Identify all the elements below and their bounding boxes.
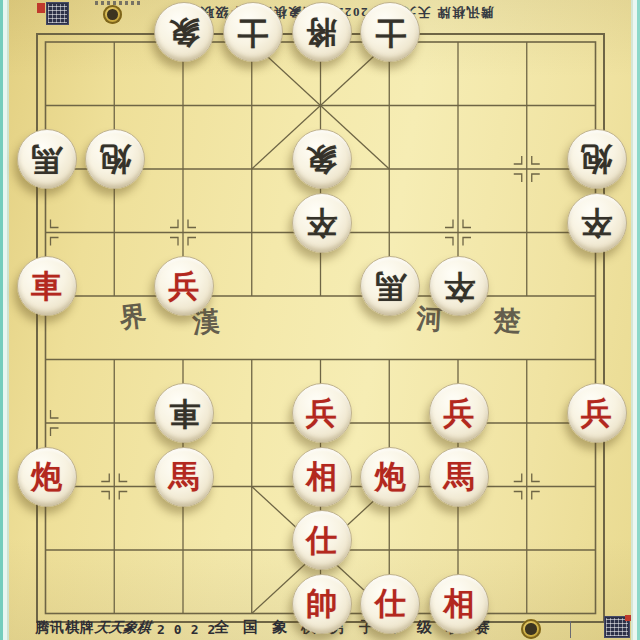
piece-black-elephant-e2[interactable]: 象 (292, 129, 352, 189)
piece-red-soldier-i6[interactable]: 兵 (567, 383, 627, 443)
piece-black-elephant-c0[interactable]: 象 (154, 2, 214, 62)
bottom-brand-text: 腾讯棋牌 (35, 619, 95, 637)
piece-character: 兵 (581, 398, 612, 429)
tournament-emblem-top (103, 5, 122, 24)
piece-black-cannon-i2[interactable]: 炮 (567, 129, 627, 189)
piece-character: 象 (306, 144, 337, 175)
piece-black-advisor-d0[interactable]: 士 (223, 2, 283, 62)
sponsor-seal-bottom (604, 616, 630, 638)
piece-red-horse-g7[interactable]: 馬 (429, 447, 489, 507)
piece-red-chariot-a4[interactable]: 車 (17, 256, 77, 316)
piece-red-cannon-a7[interactable]: 炮 (17, 447, 77, 507)
bottom-app-name: 天天象棋 (94, 619, 153, 637)
piece-character: 炮 (581, 144, 612, 175)
piece-character: 仕 (306, 525, 337, 556)
piece-character: 相 (444, 588, 475, 619)
piece-red-general-e9[interactable]: 帥 (292, 574, 352, 634)
piece-red-elephant-e7[interactable]: 相 (292, 447, 352, 507)
piece-red-soldier-c4[interactable]: 兵 (154, 256, 214, 316)
piece-character: 馬 (169, 461, 200, 492)
emblem-core (525, 623, 536, 634)
red-stamp-icon (37, 3, 45, 13)
piece-character: 馬 (444, 461, 475, 492)
piece-character: 士 (375, 17, 406, 48)
piece-black-soldier-e3[interactable]: 卒 (292, 193, 352, 253)
piece-black-soldier-i3[interactable]: 卒 (567, 193, 627, 253)
piece-black-horse-f4[interactable]: 馬 (360, 256, 420, 316)
piece-character: 炮 (31, 461, 62, 492)
piece-black-general-e0[interactable]: 將 (292, 2, 352, 62)
piece-character: 卒 (581, 207, 612, 238)
piece-character: 象 (169, 17, 200, 48)
piece-black-advisor-f0[interactable]: 士 (360, 2, 420, 62)
piece-black-chariot-c6[interactable]: 車 (154, 383, 214, 443)
piece-character: 將 (306, 17, 337, 48)
piece-black-soldier-g4[interactable]: 卒 (429, 256, 489, 316)
piece-character: 炮 (375, 461, 406, 492)
river-char: 界 (118, 298, 149, 337)
piece-black-horse-a2[interactable]: 馬 (17, 129, 77, 189)
piece-red-advisor-f9[interactable]: 仕 (360, 574, 420, 634)
piece-character: 兵 (444, 398, 475, 429)
piece-character: 馬 (31, 144, 62, 175)
piece-character: 車 (31, 271, 62, 302)
piece-red-cannon-f7[interactable]: 炮 (360, 447, 420, 507)
piece-character: 炮 (100, 144, 131, 175)
piece-character: 車 (169, 398, 200, 429)
piece-red-horse-c7[interactable]: 馬 (154, 447, 214, 507)
piece-character: 卒 (306, 207, 337, 238)
divider (570, 621, 571, 638)
piece-character: 兵 (169, 271, 200, 302)
piece-red-soldier-g6[interactable]: 兵 (429, 383, 489, 443)
piece-red-advisor-e8[interactable]: 仕 (292, 510, 352, 570)
piece-red-elephant-g9[interactable]: 相 (429, 574, 489, 634)
piece-black-cannon-b2[interactable]: 炮 (85, 129, 145, 189)
xiangqi-photo: 腾讯棋牌 天天象棋 2022 全国象棋男子甲级联赛 界漢河楚 象士將士馬炮象炮卒… (0, 0, 640, 640)
sponsor-seal-top (46, 2, 69, 25)
emblem-core (107, 9, 118, 20)
piece-character: 仕 (375, 588, 406, 619)
river-char: 楚 (494, 303, 521, 339)
piece-character: 卒 (444, 271, 475, 302)
piece-character: 帥 (306, 588, 337, 619)
piece-character: 馬 (375, 271, 406, 302)
tournament-emblem-bottom (521, 619, 541, 639)
piece-character: 士 (237, 17, 268, 48)
red-stamp-icon (625, 615, 631, 621)
seal-pattern (48, 4, 67, 23)
piece-character: 兵 (306, 398, 337, 429)
piece-red-soldier-e6[interactable]: 兵 (292, 383, 352, 443)
piece-character: 相 (306, 461, 337, 492)
small-print (95, 1, 141, 5)
